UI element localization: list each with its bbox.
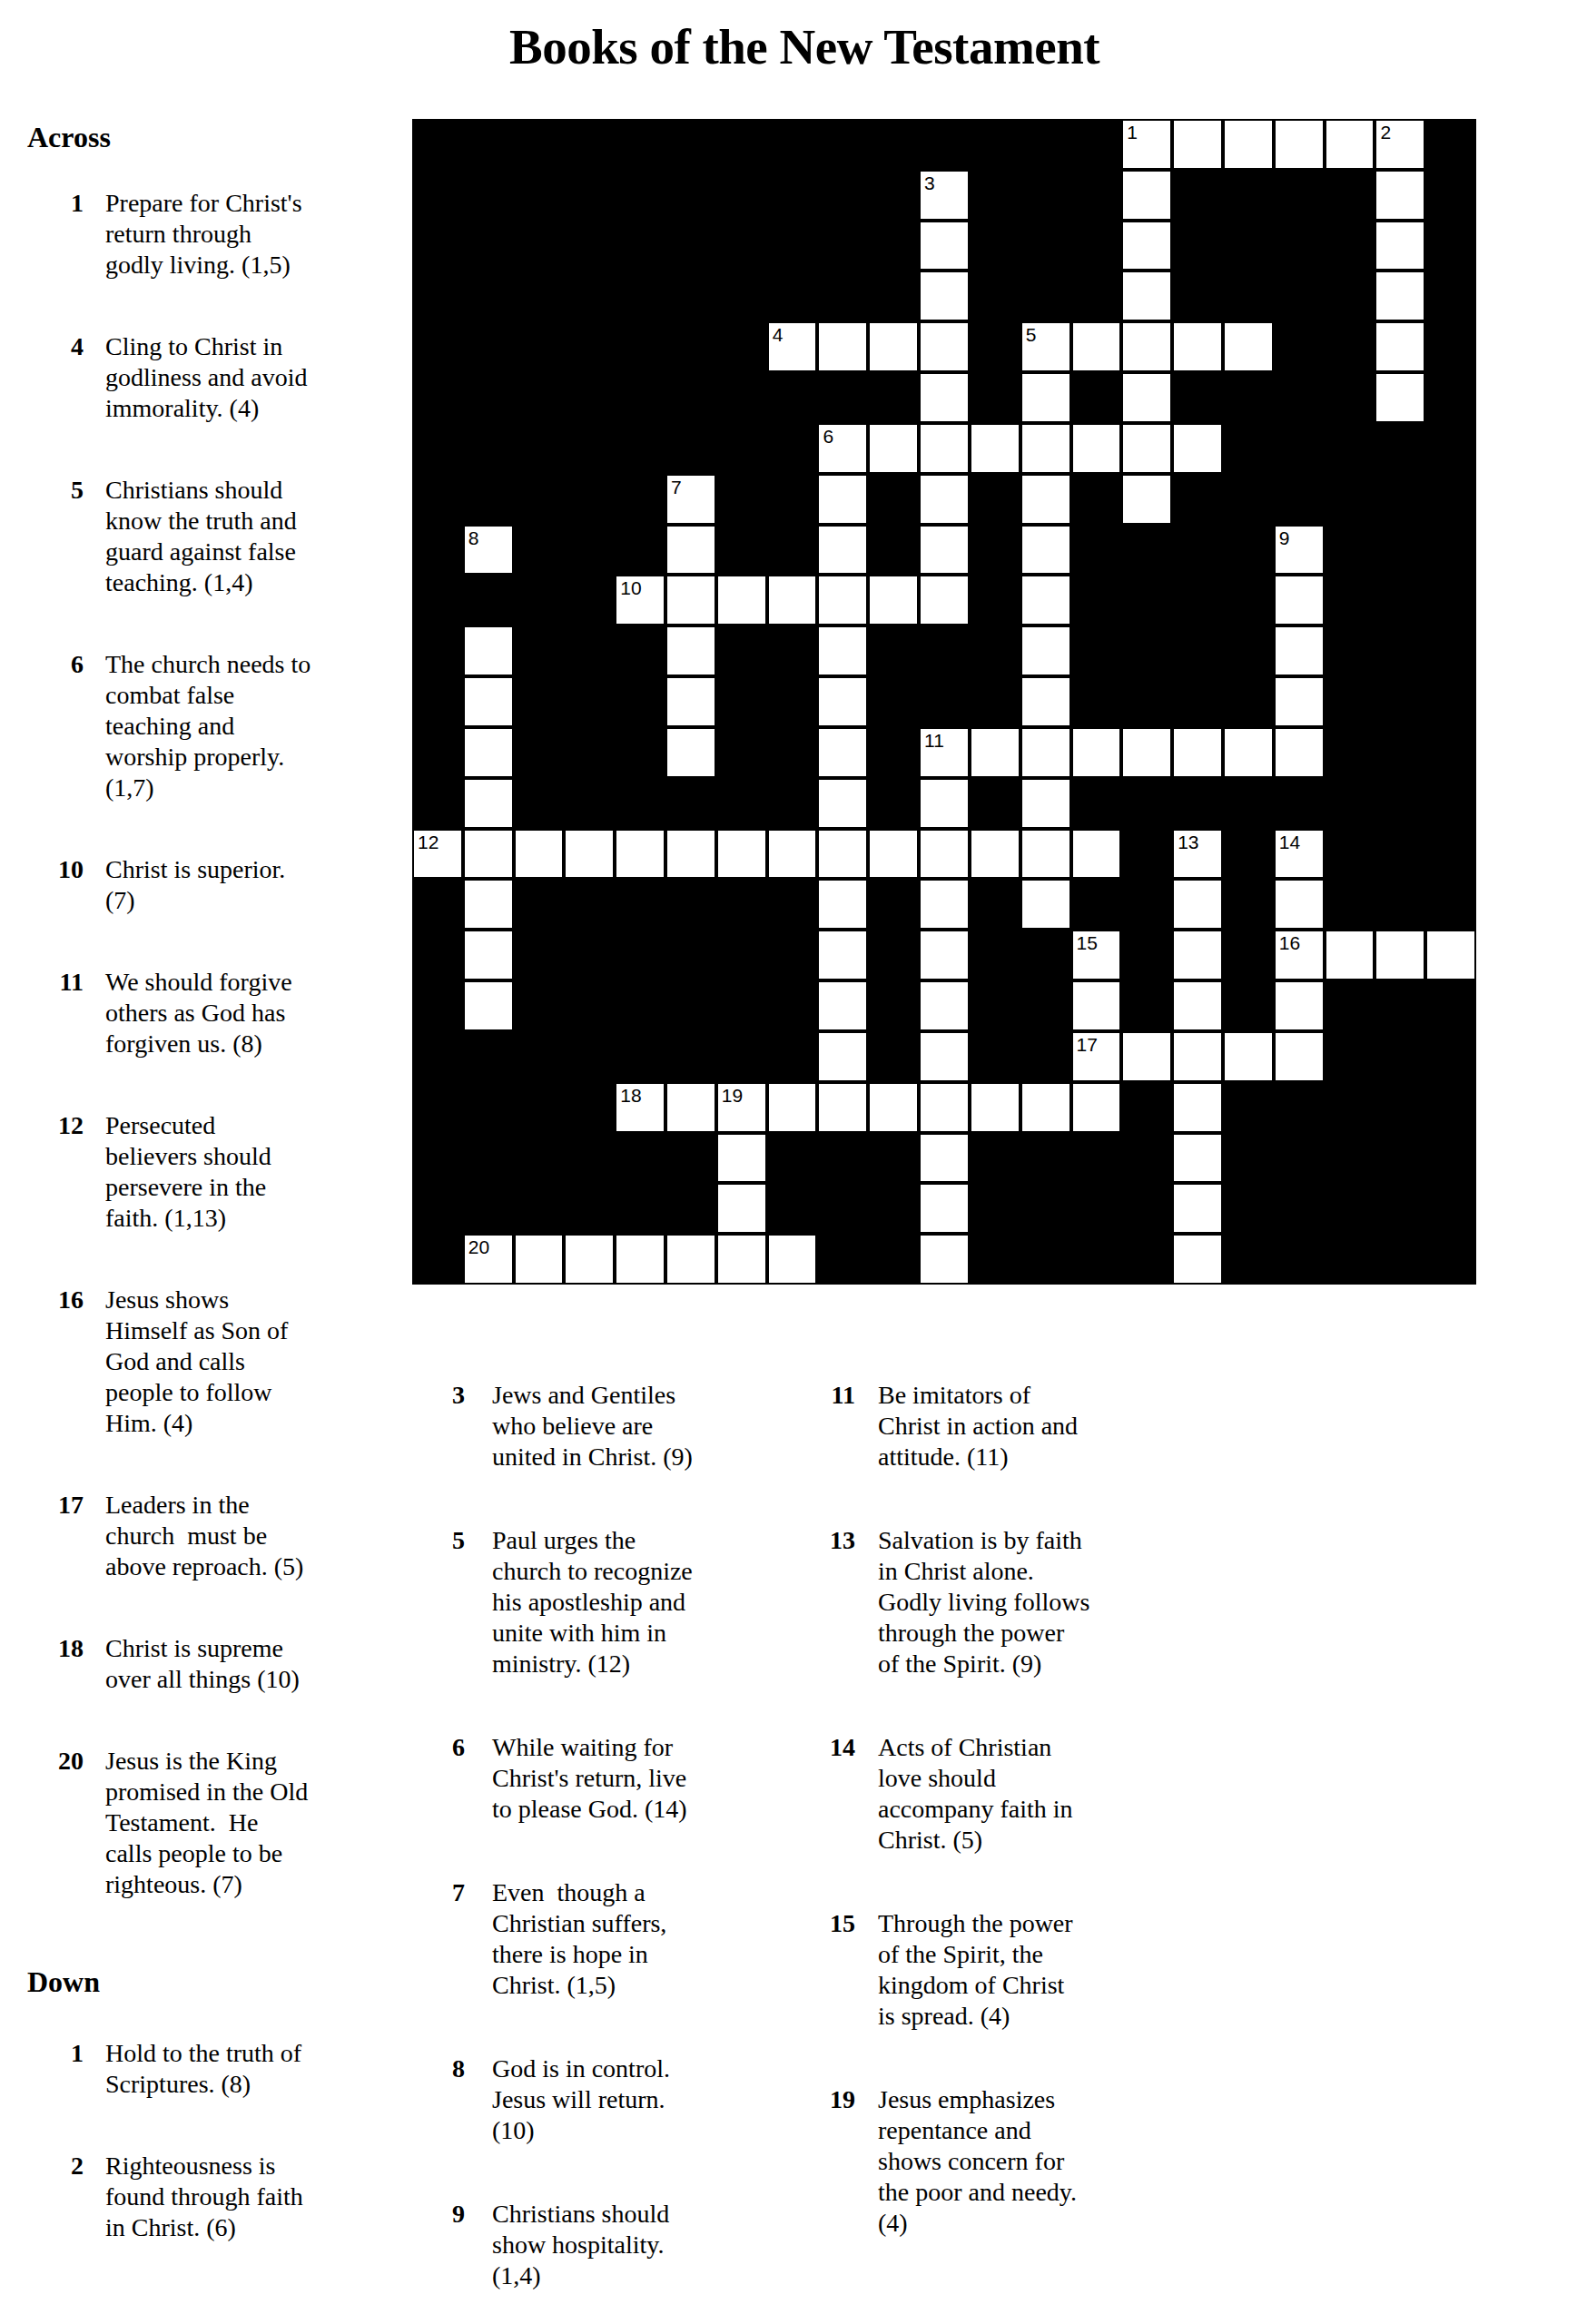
- grid-cell-r11c9[interactable]: [817, 625, 868, 676]
- grid-cell-r8c15[interactable]: [1121, 474, 1172, 525]
- grid-cell-r6c13[interactable]: [1020, 372, 1071, 423]
- grid-cell-r13c6[interactable]: [665, 727, 716, 778]
- grid-cell-r23c11[interactable]: [919, 1234, 970, 1285]
- grid-cell-r21c16[interactable]: [1172, 1133, 1223, 1184]
- down-clue-13: 13Salvation is by faith in Christ alone.…: [779, 1525, 1197, 1679]
- grid-cell-r23c2[interactable]: 20: [463, 1234, 514, 1285]
- grid-cell-r10c10[interactable]: [868, 575, 919, 625]
- grid-cell-r17c16[interactable]: [1172, 930, 1223, 980]
- grid-block-r22c17: [1223, 1183, 1274, 1234]
- down-clue-number-9: 9: [410, 2199, 465, 2230]
- grid-cell-r13c12[interactable]: [970, 727, 1020, 778]
- grid-cell-r17c20[interactable]: [1375, 930, 1425, 980]
- grid-block-r8c18: [1274, 474, 1325, 525]
- grid-cell-r5c11[interactable]: [919, 321, 970, 372]
- grid-cell-r18c18[interactable]: [1274, 980, 1325, 1031]
- grid-block-r17c8: [767, 930, 818, 980]
- grid-cell-r1c19[interactable]: [1325, 119, 1375, 170]
- grid-block-r22c15: [1121, 1183, 1172, 1234]
- grid-cell-r18c2[interactable]: [463, 980, 514, 1031]
- grid-block-r15c17: [1223, 829, 1274, 880]
- grid-cell-r22c16[interactable]: [1172, 1183, 1223, 1234]
- grid-cell-r19c9[interactable]: [817, 1031, 868, 1082]
- grid-cell-r16c13[interactable]: [1020, 879, 1071, 930]
- grid-block-r16c7: [716, 879, 767, 930]
- grid-block-r4c6: [665, 271, 716, 321]
- grid-block-r22c14: [1071, 1183, 1122, 1234]
- grid-block-r3c4: [564, 221, 615, 271]
- grid-cell-r20c16[interactable]: [1172, 1082, 1223, 1133]
- grid-block-r5c1: [412, 321, 463, 372]
- grid-cell-r15c1[interactable]: 12: [412, 829, 463, 880]
- grid-block-r23c18: [1274, 1234, 1325, 1285]
- grid-cell-r17c14[interactable]: 15: [1071, 930, 1122, 980]
- grid-block-r2c19: [1325, 170, 1375, 221]
- grid-cell-r10c9[interactable]: [817, 575, 868, 625]
- grid-block-r22c20: [1375, 1183, 1425, 1234]
- grid-block-r9c7: [716, 525, 767, 576]
- grid-cell-r13c15[interactable]: [1121, 727, 1172, 778]
- grid-cell-r13c16[interactable]: [1172, 727, 1223, 778]
- grid-cell-r7c14[interactable]: [1071, 423, 1122, 474]
- grid-cell-r13c2[interactable]: [463, 727, 514, 778]
- grid-cell-r17c19[interactable]: [1325, 930, 1375, 980]
- down-clue-text-9: Christians should show hospitality. (1,4…: [492, 2199, 801, 2291]
- grid-block-r1c13: [1020, 119, 1071, 170]
- grid-cell-r5c16[interactable]: [1172, 321, 1223, 372]
- grid-cell-r9c9[interactable]: [817, 525, 868, 576]
- grid-block-r16c6: [665, 879, 716, 930]
- grid-block-r7c5: [615, 423, 665, 474]
- grid-cell-r15c3[interactable]: [514, 829, 565, 880]
- grid-cell-r23c16[interactable]: [1172, 1234, 1223, 1285]
- grid-cell-r22c7[interactable]: [716, 1183, 767, 1234]
- grid-cell-r16c16[interactable]: [1172, 879, 1223, 930]
- grid-block-r14c6: [665, 778, 716, 829]
- grid-block-r12c16: [1172, 676, 1223, 727]
- grid-block-r9c14: [1071, 525, 1122, 576]
- grid-cell-r7c9[interactable]: 6: [817, 423, 868, 474]
- grid-block-r18c1: [412, 980, 463, 1031]
- grid-cell-r1c17[interactable]: [1223, 119, 1274, 170]
- grid-cell-r21c11[interactable]: [919, 1133, 970, 1184]
- grid-cell-r2c15[interactable]: [1121, 170, 1172, 221]
- grid-cell-r1c16[interactable]: [1172, 119, 1223, 170]
- grid-cell-r5c8[interactable]: 4: [767, 321, 818, 372]
- grid-cell-r18c16[interactable]: [1172, 980, 1223, 1031]
- grid-block-r13c20: [1375, 727, 1425, 778]
- grid-cell-r19c15[interactable]: [1121, 1031, 1172, 1082]
- grid-block-r7c20: [1375, 423, 1425, 474]
- grid-cell-r10c7[interactable]: [716, 575, 767, 625]
- grid-cell-r15c14[interactable]: [1071, 829, 1122, 880]
- across-clue-number-4: 4: [27, 331, 84, 362]
- grid-block-r8c7: [716, 474, 767, 525]
- grid-cell-r3c15[interactable]: [1121, 221, 1172, 271]
- grid-block-r19c20: [1375, 1031, 1425, 1082]
- grid-cell-r16c18[interactable]: [1274, 879, 1325, 930]
- grid-cell-r12c18[interactable]: [1274, 676, 1325, 727]
- grid-block-r20c4: [564, 1082, 615, 1133]
- across-clue-number-11: 11: [27, 967, 84, 998]
- grid-cell-r19c18[interactable]: [1274, 1031, 1325, 1082]
- grid-cell-r13c11[interactable]: 11: [919, 727, 970, 778]
- grid-block-r13c4: [564, 727, 615, 778]
- grid-cell-r9c18[interactable]: 9: [1274, 525, 1325, 576]
- grid-block-r7c19: [1325, 423, 1375, 474]
- grid-cell-r15c2[interactable]: [463, 829, 514, 880]
- grid-cell-r20c14[interactable]: [1071, 1082, 1122, 1133]
- grid-cell-r13c13[interactable]: [1020, 727, 1071, 778]
- grid-cell-r3c20[interactable]: [1375, 221, 1425, 271]
- grid-block-r3c1: [412, 221, 463, 271]
- grid-block-r6c4: [564, 372, 615, 423]
- grid-cell-r13c18[interactable]: [1274, 727, 1325, 778]
- grid-cell-r18c9[interactable]: [817, 980, 868, 1031]
- grid-cell-r17c2[interactable]: [463, 930, 514, 980]
- grid-cell-r10c18[interactable]: [1274, 575, 1325, 625]
- grid-clue-number-17: 17: [1077, 1034, 1098, 1056]
- grid-block-r16c1: [412, 879, 463, 930]
- down-clue-text-5: Paul urges the church to recognize his a…: [492, 1525, 801, 1679]
- grid-cell-r8c11[interactable]: [919, 474, 970, 525]
- across-clue-6: 6The church needs to combat false teachi…: [27, 649, 418, 803]
- grid-block-r21c19: [1325, 1133, 1375, 1184]
- grid-cell-r7c10[interactable]: [868, 423, 919, 474]
- down-clue-list-middle: 3Jews and Gentiles who believe are unite…: [410, 1380, 803, 2291]
- grid-block-r1c8: [767, 119, 818, 170]
- grid-cell-r15c16[interactable]: 13: [1172, 829, 1223, 880]
- grid-block-r11c10: [868, 625, 919, 676]
- grid-block-r2c3: [514, 170, 565, 221]
- grid-clue-number-4: 4: [773, 324, 784, 346]
- grid-cell-r10c5[interactable]: 10: [615, 575, 665, 625]
- grid-block-r19c8: [767, 1031, 818, 1082]
- grid-cell-r10c6[interactable]: [665, 575, 716, 625]
- grid-cell-r6c20[interactable]: [1375, 372, 1425, 423]
- grid-cell-r18c11[interactable]: [919, 980, 970, 1031]
- grid-block-r15c21: [1425, 829, 1476, 880]
- grid-block-r7c21: [1425, 423, 1476, 474]
- grid-cell-r20c9[interactable]: [817, 1082, 868, 1133]
- grid-cell-r12c2[interactable]: [463, 676, 514, 727]
- clue-column-left: Across 1Prepare for Christ's return thro…: [27, 119, 418, 2294]
- grid-block-r14c5: [615, 778, 665, 829]
- grid-cell-r15c5[interactable]: [615, 829, 665, 880]
- grid-block-r7c17: [1223, 423, 1274, 474]
- grid-block-r2c13: [1020, 170, 1071, 221]
- grid-block-r1c14: [1071, 119, 1122, 170]
- grid-block-r3c2: [463, 221, 514, 271]
- across-clue-list: 1Prepare for Christ's return through god…: [27, 188, 418, 1900]
- grid-cell-r5c15[interactable]: [1121, 321, 1172, 372]
- grid-block-r20c15: [1121, 1082, 1172, 1133]
- grid-block-r3c6: [665, 221, 716, 271]
- grid-block-r1c11: [919, 119, 970, 170]
- grid-cell-r22c11[interactable]: [919, 1183, 970, 1234]
- grid-cell-r13c9[interactable]: [817, 727, 868, 778]
- grid-block-r7c3: [514, 423, 565, 474]
- grid-clue-number-6: 6: [823, 426, 833, 448]
- grid-cell-r11c6[interactable]: [665, 625, 716, 676]
- grid-cell-r12c6[interactable]: [665, 676, 716, 727]
- grid-block-r19c4: [564, 1031, 615, 1082]
- grid-cell-r20c13[interactable]: [1020, 1082, 1071, 1133]
- across-clue-20: 20Jesus is the King promised in the Old …: [27, 1746, 418, 1900]
- grid-clue-number-13: 13: [1178, 832, 1198, 853]
- grid-cell-r13c14[interactable]: [1071, 727, 1122, 778]
- grid-block-r2c6: [665, 170, 716, 221]
- grid-block-r9c3: [514, 525, 565, 576]
- grid-block-r11c8: [767, 625, 818, 676]
- grid-block-r21c9: [817, 1133, 868, 1184]
- grid-block-r7c4: [564, 423, 615, 474]
- grid-cell-r1c20[interactable]: 2: [1375, 119, 1425, 170]
- grid-block-r10c21: [1425, 575, 1476, 625]
- grid-block-r11c14: [1071, 625, 1122, 676]
- grid-cell-r23c8[interactable]: [767, 1234, 818, 1285]
- grid-block-r12c7: [716, 676, 767, 727]
- grid-cell-r6c15[interactable]: [1121, 372, 1172, 423]
- grid-cell-r14c11[interactable]: [919, 778, 970, 829]
- grid-cell-r15c11[interactable]: [919, 829, 970, 880]
- grid-cell-r20c5[interactable]: 18: [615, 1082, 665, 1133]
- grid-cell-r2c20[interactable]: [1375, 170, 1425, 221]
- grid-block-r4c13: [1020, 271, 1071, 321]
- grid-cell-r5c13[interactable]: 5: [1020, 321, 1071, 372]
- down-clue-11: 11Be imitators of Christ in action and a…: [779, 1380, 1197, 1472]
- grid-cell-r20c8[interactable]: [767, 1082, 818, 1133]
- grid-block-r21c3: [514, 1133, 565, 1184]
- grid-cell-r14c9[interactable]: [817, 778, 868, 829]
- grid-block-r7c6: [665, 423, 716, 474]
- down-clue-number-8: 8: [410, 2053, 465, 2084]
- grid-block-r6c7: [716, 372, 767, 423]
- grid-block-r4c4: [564, 271, 615, 321]
- grid-cell-r1c15[interactable]: 1: [1121, 119, 1172, 170]
- grid-block-r21c21: [1425, 1133, 1476, 1184]
- grid-block-r13c5: [615, 727, 665, 778]
- grid-cell-r9c2[interactable]: 8: [463, 525, 514, 576]
- down-clue-text-1: Hold to the truth of Scriptures. (8): [105, 2038, 418, 2100]
- grid-block-r10c4: [564, 575, 615, 625]
- grid-cell-r7c12[interactable]: [970, 423, 1020, 474]
- grid-cell-r4c11[interactable]: [919, 271, 970, 321]
- grid-cell-r20c11[interactable]: [919, 1082, 970, 1133]
- grid-block-r9c5: [615, 525, 665, 576]
- grid-cell-r15c12[interactable]: [970, 829, 1020, 880]
- grid-block-r17c15: [1121, 930, 1172, 980]
- grid-block-r21c18: [1274, 1133, 1325, 1184]
- grid-cell-r21c7[interactable]: [716, 1133, 767, 1184]
- grid-cell-r15c9[interactable]: [817, 829, 868, 880]
- grid-cell-r20c12[interactable]: [970, 1082, 1020, 1133]
- across-clue-number-6: 6: [27, 649, 84, 680]
- grid-cell-r16c2[interactable]: [463, 879, 514, 930]
- grid-cell-r9c11[interactable]: [919, 525, 970, 576]
- grid-cell-r23c7[interactable]: [716, 1234, 767, 1285]
- grid-block-r12c4: [564, 676, 615, 727]
- grid-block-r1c2: [463, 119, 514, 170]
- grid-block-r4c2: [463, 271, 514, 321]
- grid-cell-r9c13[interactable]: [1020, 525, 1071, 576]
- grid-block-r19c19: [1325, 1031, 1375, 1082]
- grid-block-r8c3: [514, 474, 565, 525]
- grid-block-r3c18: [1274, 221, 1325, 271]
- grid-cell-r15c10[interactable]: [868, 829, 919, 880]
- grid-block-r22c3: [514, 1183, 565, 1234]
- grid-block-r14c15: [1121, 778, 1172, 829]
- grid-block-r16c8: [767, 879, 818, 930]
- grid-block-r17c1: [412, 930, 463, 980]
- grid-cell-r5c17[interactable]: [1223, 321, 1274, 372]
- grid-block-r15c20: [1375, 829, 1425, 880]
- grid-cell-r14c13[interactable]: [1020, 778, 1071, 829]
- grid-block-r23c21: [1425, 1234, 1476, 1285]
- grid-cell-r12c13[interactable]: [1020, 676, 1071, 727]
- grid-block-r6c6: [665, 372, 716, 423]
- grid-cell-r8c9[interactable]: [817, 474, 868, 525]
- grid-cell-r15c18[interactable]: 14: [1274, 829, 1325, 880]
- down-clue-text-13: Salvation is by faith in Christ alone. G…: [878, 1525, 1197, 1679]
- grid-block-r6c21: [1425, 372, 1476, 423]
- grid-cell-r8c13[interactable]: [1020, 474, 1071, 525]
- grid-cell-r11c13[interactable]: [1020, 625, 1071, 676]
- grid-cell-r4c20[interactable]: [1375, 271, 1425, 321]
- grid-cell-r9c6[interactable]: [665, 525, 716, 576]
- grid-cell-r23c3[interactable]: [514, 1234, 565, 1285]
- grid-block-r14c1: [412, 778, 463, 829]
- grid-cell-r19c11[interactable]: [919, 1031, 970, 1082]
- grid-block-r4c10: [868, 271, 919, 321]
- grid-block-r9c10: [868, 525, 919, 576]
- grid-cell-r20c10[interactable]: [868, 1082, 919, 1133]
- grid-block-r7c7: [716, 423, 767, 474]
- grid-block-r23c17: [1223, 1234, 1274, 1285]
- grid-block-r9c8: [767, 525, 818, 576]
- grid-cell-r2c11[interactable]: 3: [919, 170, 970, 221]
- grid-cell-r15c6[interactable]: [665, 829, 716, 880]
- grid-block-r11c12: [970, 625, 1020, 676]
- across-clue-text-12: Persecuted believers should persevere in…: [105, 1110, 418, 1234]
- grid-cell-r6c11[interactable]: [919, 372, 970, 423]
- grid-cell-r13c17[interactable]: [1223, 727, 1274, 778]
- grid-block-r22c12: [970, 1183, 1020, 1234]
- grid-block-r19c1: [412, 1031, 463, 1082]
- grid-cell-r5c14[interactable]: [1071, 321, 1122, 372]
- grid-cell-r10c8[interactable]: [767, 575, 818, 625]
- grid-cell-r19c17[interactable]: [1223, 1031, 1274, 1082]
- grid-block-r14c10: [868, 778, 919, 829]
- grid-cell-r20c7[interactable]: 19: [716, 1082, 767, 1133]
- grid-cell-r12c9[interactable]: [817, 676, 868, 727]
- grid-block-r9c19: [1325, 525, 1375, 576]
- grid-block-r23c19: [1325, 1234, 1375, 1285]
- grid-cell-r11c18[interactable]: [1274, 625, 1325, 676]
- grid-cell-r5c9[interactable]: [817, 321, 868, 372]
- grid-cell-r15c7[interactable]: [716, 829, 767, 880]
- grid-cell-r5c10[interactable]: [868, 321, 919, 372]
- down-clue-3: 3Jews and Gentiles who believe are unite…: [410, 1380, 803, 1472]
- grid-cell-r7c16[interactable]: [1172, 423, 1223, 474]
- grid-cell-r15c13[interactable]: [1020, 829, 1071, 880]
- grid-block-r22c2: [463, 1183, 514, 1234]
- grid-cell-r7c11[interactable]: [919, 423, 970, 474]
- grid-cell-r14c2[interactable]: [463, 778, 514, 829]
- grid-cell-r3c11[interactable]: [919, 221, 970, 271]
- grid-cell-r4c15[interactable]: [1121, 271, 1172, 321]
- grid-cell-r5c20[interactable]: [1375, 321, 1425, 372]
- grid-block-r1c5: [615, 119, 665, 170]
- grid-block-r16c5: [615, 879, 665, 930]
- grid-cell-r16c9[interactable]: [817, 879, 868, 930]
- grid-block-r3c12: [970, 221, 1020, 271]
- grid-cell-r17c9[interactable]: [817, 930, 868, 980]
- grid-cell-r15c8[interactable]: [767, 829, 818, 880]
- clue-column-right: 11Be imitators of Christ in action and a…: [779, 1380, 1197, 2291]
- grid-cell-r1c18[interactable]: [1274, 119, 1325, 170]
- grid-block-r21c13: [1020, 1133, 1071, 1184]
- grid-cell-r23c6[interactable]: [665, 1234, 716, 1285]
- grid-block-r8c17: [1223, 474, 1274, 525]
- grid-cell-r19c16[interactable]: [1172, 1031, 1223, 1082]
- grid-block-r4c16: [1172, 271, 1223, 321]
- grid-block-r18c7: [716, 980, 767, 1031]
- grid-cell-r23c5[interactable]: [615, 1234, 665, 1285]
- grid-cell-r10c13[interactable]: [1020, 575, 1071, 625]
- down-clue-2: 2Righteousness is found through faith in…: [27, 2151, 418, 2243]
- grid-cell-r15c4[interactable]: [564, 829, 615, 880]
- grid-block-r21c14: [1071, 1133, 1122, 1184]
- grid-block-r20c19: [1325, 1082, 1375, 1133]
- grid-cell-r8c6[interactable]: 7: [665, 474, 716, 525]
- grid-block-r19c10: [868, 1031, 919, 1082]
- grid-block-r21c8: [767, 1133, 818, 1184]
- grid-block-r6c2: [463, 372, 514, 423]
- grid-cell-r17c21[interactable]: [1425, 930, 1476, 980]
- grid-block-r14c3: [514, 778, 565, 829]
- grid-cell-r17c11[interactable]: [919, 930, 970, 980]
- grid-cell-r7c13[interactable]: [1020, 423, 1071, 474]
- grid-cell-r7c15[interactable]: [1121, 423, 1172, 474]
- grid-block-r10c2: [463, 575, 514, 625]
- grid-cell-r20c6[interactable]: [665, 1082, 716, 1133]
- down-clue-number-15: 15: [779, 1908, 855, 1939]
- grid-block-r4c19: [1325, 271, 1375, 321]
- grid-cell-r18c14[interactable]: [1071, 980, 1122, 1031]
- grid-block-r23c12: [970, 1234, 1020, 1285]
- grid-block-r5c3: [514, 321, 565, 372]
- grid-block-r12c17: [1223, 676, 1274, 727]
- across-clue-number-18: 18: [27, 1633, 84, 1664]
- grid-block-r11c11: [919, 625, 970, 676]
- grid-block-r11c5: [615, 625, 665, 676]
- grid-cell-r16c11[interactable]: [919, 879, 970, 930]
- grid-cell-r23c4[interactable]: [564, 1234, 615, 1285]
- grid-cell-r19c14[interactable]: 17: [1071, 1031, 1122, 1082]
- grid-block-r18c17: [1223, 980, 1274, 1031]
- grid-block-r11c1: [412, 625, 463, 676]
- grid-block-r21c4: [564, 1133, 615, 1184]
- grid-block-r16c20: [1375, 879, 1425, 930]
- grid-block-r16c12: [970, 879, 1020, 930]
- crossword-grid: 1234567891011121314151617181920: [412, 119, 1476, 1285]
- grid-cell-r10c11[interactable]: [919, 575, 970, 625]
- grid-block-r22c1: [412, 1183, 463, 1234]
- grid-cell-r11c2[interactable]: [463, 625, 514, 676]
- grid-block-r6c5: [615, 372, 665, 423]
- grid-cell-r17c18[interactable]: 16: [1274, 930, 1325, 980]
